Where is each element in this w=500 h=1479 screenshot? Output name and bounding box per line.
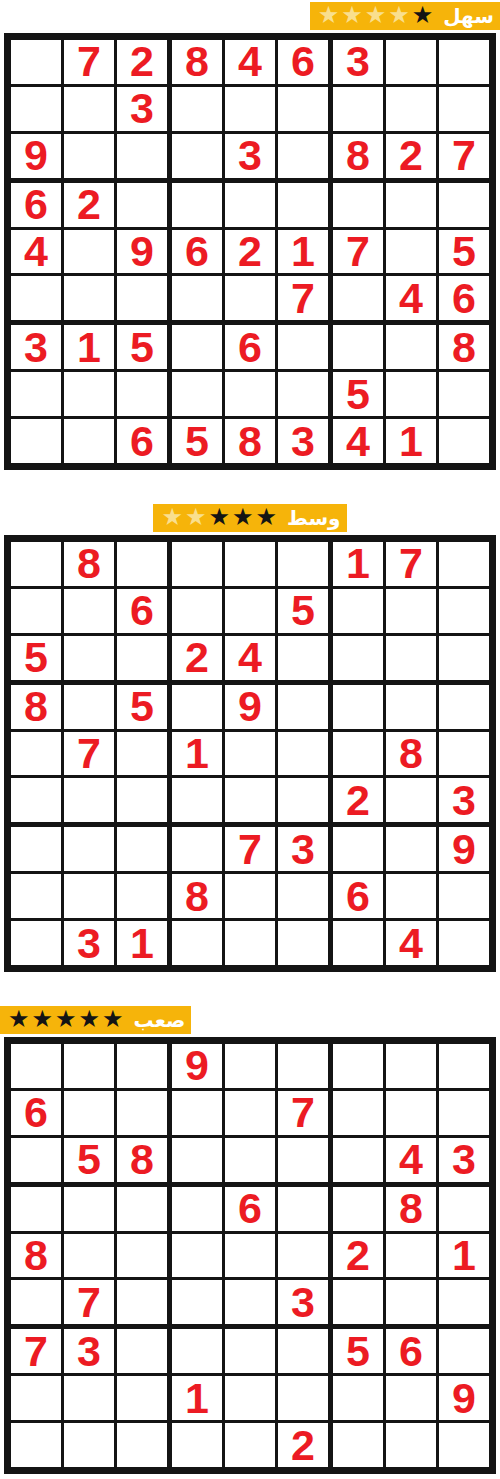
cell-r2c8[interactable]	[386, 1091, 436, 1135]
cell-r1c3[interactable]	[117, 1044, 167, 1088]
cell-r5c1[interactable]	[11, 732, 61, 776]
cell-r1c7[interactable]: 1	[333, 542, 383, 586]
cell-r5c3[interactable]	[117, 1234, 167, 1278]
sudoku-box: 524	[172, 542, 328, 680]
cell-r3c4[interactable]: 2	[172, 636, 222, 680]
cell-r8c2[interactable]	[64, 1376, 114, 1420]
cell-r4c9[interactable]	[439, 1187, 489, 1231]
cell-r2c9[interactable]	[439, 87, 489, 131]
cell-r3c3[interactable]: 8	[117, 1138, 167, 1182]
cell-r1c9[interactable]	[439, 1044, 489, 1088]
cell-r6c3[interactable]	[117, 276, 167, 320]
cell-r3c6[interactable]	[278, 1138, 328, 1182]
cell-r8c5[interactable]	[225, 874, 275, 918]
cell-r2c9[interactable]	[439, 589, 489, 633]
cell-r4c6[interactable]	[278, 183, 328, 227]
cell-r4c7[interactable]	[333, 183, 383, 227]
cell-r7c9[interactable]: 8	[439, 325, 489, 369]
cell-r9c6[interactable]: 2	[278, 1423, 328, 1467]
cell-r1c8[interactable]: 7	[386, 542, 436, 586]
cell-r9c9[interactable]	[439, 921, 489, 965]
cell-r3c6[interactable]	[278, 134, 328, 178]
sudoku-grid-easy: 723984633827624962177546315665838541	[4, 33, 496, 470]
sudoku-box: 738	[172, 827, 328, 965]
cell-r4c3[interactable]	[117, 183, 167, 227]
puzzle-medium: ★★★★★ وسط 865524178579182331738964	[0, 504, 500, 972]
cell-r8c9[interactable]	[439, 372, 489, 416]
cell-r5c3[interactable]: 9	[117, 230, 167, 274]
cell-r4c4[interactable]	[172, 685, 222, 729]
cell-r6c7[interactable]	[333, 1280, 383, 1324]
cell-r2c4[interactable]	[172, 589, 222, 633]
cell-r4c6[interactable]	[278, 1187, 328, 1231]
cell-r3c5[interactable]: 3	[225, 134, 275, 178]
cell-r2c2[interactable]	[64, 87, 114, 131]
cell-r1c9[interactable]	[439, 542, 489, 586]
cell-r2c6[interactable]: 5	[278, 589, 328, 633]
sudoku-box: 7239	[11, 40, 167, 178]
cell-r7c1[interactable]: 7	[11, 1329, 61, 1373]
cell-r8c4[interactable]: 8	[172, 874, 222, 918]
cell-r8c1[interactable]	[11, 1376, 61, 1420]
cell-r7c6[interactable]: 3	[278, 827, 328, 871]
cell-r5c6[interactable]: 1	[278, 230, 328, 274]
cell-r2c4[interactable]	[172, 1091, 222, 1135]
cell-r4c5[interactable]	[225, 183, 275, 227]
cell-r3c7[interactable]	[333, 1138, 383, 1182]
cell-r1c3[interactable]	[117, 542, 167, 586]
cell-r1c6[interactable]: 6	[278, 40, 328, 84]
cell-r2c5[interactable]	[225, 1091, 275, 1135]
cell-r1c2[interactable]	[64, 1044, 114, 1088]
cell-r8c6[interactable]	[278, 874, 328, 918]
cell-r9c4[interactable]: 5	[172, 419, 222, 463]
star-icon: ★	[185, 505, 207, 529]
cell-r8c8[interactable]	[386, 874, 436, 918]
cell-r9c3[interactable]: 1	[117, 921, 167, 965]
cell-r4c5[interactable]: 9	[225, 685, 275, 729]
cell-r6c1[interactable]	[11, 778, 61, 822]
sudoku-box: 823	[333, 685, 489, 823]
sudoku-box: 87	[11, 1187, 167, 1325]
cell-r7c6[interactable]	[278, 1329, 328, 1373]
cell-r2c8[interactable]	[386, 589, 436, 633]
cell-r9c7[interactable]: 4	[333, 419, 383, 463]
cell-r8c1[interactable]	[11, 372, 61, 416]
star-icon: ★	[388, 3, 410, 27]
cell-r8c1[interactable]	[11, 874, 61, 918]
cell-r1c2[interactable]: 7	[64, 40, 114, 84]
cell-r9c5[interactable]: 8	[225, 419, 275, 463]
cell-r5c3[interactable]	[117, 732, 167, 776]
cell-r7c1[interactable]: 3	[11, 325, 61, 369]
star-icon: ★	[161, 505, 183, 529]
cell-r5c9[interactable]: 5	[439, 230, 489, 274]
cell-r9c3[interactable]: 6	[117, 419, 167, 463]
cell-r1c5[interactable]	[225, 1044, 275, 1088]
cell-r3c5[interactable]: 4	[225, 636, 275, 680]
cell-r6c8[interactable]: 4	[386, 276, 436, 320]
sudoku-box: 91	[172, 685, 328, 823]
cell-r1c6[interactable]	[278, 542, 328, 586]
cell-r2c7[interactable]	[333, 1091, 383, 1135]
cell-r8c9[interactable]: 9	[439, 1376, 489, 1420]
cell-r9c4[interactable]	[172, 921, 222, 965]
cell-r1c5[interactable]	[225, 542, 275, 586]
cell-r4c8[interactable]	[386, 685, 436, 729]
cell-r3c5[interactable]	[225, 1138, 275, 1182]
cell-r3c9[interactable]: 3	[439, 1138, 489, 1182]
cell-r3c2[interactable]	[64, 636, 114, 680]
sudoku-box: 17	[333, 542, 489, 680]
cell-r8c2[interactable]	[64, 874, 114, 918]
cell-r2c1[interactable]	[11, 589, 61, 633]
cell-r3c8[interactable]	[386, 636, 436, 680]
sudoku-box: 3827	[333, 40, 489, 178]
cell-r9c8[interactable]	[386, 1423, 436, 1467]
page: ★★★★★ سهل 723984633827624962177546315665…	[0, 0, 500, 1474]
difficulty-banner-hard: ★★★★★ صعب	[0, 1006, 191, 1034]
cell-r7c2[interactable]: 3	[64, 1329, 114, 1373]
cell-r2c2[interactable]	[64, 1091, 114, 1135]
cell-r7c7[interactable]	[333, 325, 383, 369]
cell-r5c5[interactable]	[225, 1234, 275, 1278]
cell-r8c7[interactable]	[333, 1376, 383, 1420]
cell-r5c7[interactable]	[333, 732, 383, 776]
cell-r7c7[interactable]	[333, 827, 383, 871]
cell-r6c2[interactable]	[64, 778, 114, 822]
cell-r8c5[interactable]	[225, 372, 275, 416]
cell-r7c8[interactable]	[386, 325, 436, 369]
cell-r4c2[interactable]: 2	[64, 183, 114, 227]
cell-r6c6[interactable]: 3	[278, 1280, 328, 1324]
cell-r4c1[interactable]: 6	[11, 183, 61, 227]
cell-r9c5[interactable]	[225, 921, 275, 965]
cell-r5c9[interactable]: 1	[439, 1234, 489, 1278]
cell-r9c3[interactable]	[117, 1423, 167, 1467]
cell-r7c4[interactable]	[172, 325, 222, 369]
cell-r7c5[interactable]: 7	[225, 827, 275, 871]
cell-r5c8[interactable]	[386, 230, 436, 274]
cell-r4c8[interactable]	[386, 183, 436, 227]
cell-r8c3[interactable]	[117, 1376, 167, 1420]
sudoku-box: 857	[11, 685, 167, 823]
cell-r3c4[interactable]	[172, 134, 222, 178]
cell-r3c9[interactable]	[439, 636, 489, 680]
cell-r7c8[interactable]: 6	[386, 1329, 436, 1373]
banner-row-hard: ★★★★★ صعب	[0, 1006, 500, 1034]
sudoku-box: 73	[11, 1329, 167, 1467]
sudoku-box: 865	[11, 542, 167, 680]
star-icon: ★	[318, 3, 340, 27]
cell-r7c5[interactable]: 6	[225, 325, 275, 369]
cell-r6c3[interactable]	[117, 1280, 167, 1324]
cell-r1c4[interactable]	[172, 542, 222, 586]
cell-r2c7[interactable]	[333, 589, 383, 633]
cell-r5c6[interactable]	[278, 732, 328, 776]
cell-r5c4[interactable]: 6	[172, 230, 222, 274]
cell-r9c5[interactable]	[225, 1423, 275, 1467]
cell-r8c9[interactable]	[439, 874, 489, 918]
cell-r7c3[interactable]	[117, 1329, 167, 1373]
cell-r4c7[interactable]	[333, 685, 383, 729]
cell-r2c6[interactable]	[278, 87, 328, 131]
cell-r3c3[interactable]	[117, 134, 167, 178]
cell-r3c1[interactable]	[11, 1138, 61, 1182]
cell-r4c9[interactable]	[439, 183, 489, 227]
sudoku-box: 6217	[172, 183, 328, 321]
cell-r5c5[interactable]: 2	[225, 230, 275, 274]
cell-r7c1[interactable]	[11, 827, 61, 871]
cell-r4c3[interactable]: 5	[117, 685, 167, 729]
cell-r9c1[interactable]	[11, 1423, 61, 1467]
star-icon: ★	[412, 3, 434, 27]
cell-r8c8[interactable]	[386, 1376, 436, 1420]
cell-r2c7[interactable]	[333, 87, 383, 131]
cell-r1c1[interactable]	[11, 542, 61, 586]
cell-r5c8[interactable]	[386, 1234, 436, 1278]
star-icon: ★	[365, 3, 387, 27]
cell-r7c9[interactable]: 9	[439, 827, 489, 871]
cell-r5c1[interactable]: 8	[11, 1234, 61, 1278]
cell-r3c1[interactable]: 5	[11, 636, 61, 680]
cell-r7c6[interactable]	[278, 325, 328, 369]
cell-r8c8[interactable]	[386, 372, 436, 416]
cell-r9c1[interactable]	[11, 419, 61, 463]
star-icon: ★	[102, 1007, 124, 1031]
cell-r4c5[interactable]: 6	[225, 1187, 275, 1231]
star-icon: ★	[232, 505, 254, 529]
cell-r8c2[interactable]	[64, 372, 114, 416]
cell-r2c2[interactable]	[64, 589, 114, 633]
cell-r4c2[interactable]	[64, 1187, 114, 1231]
cell-r3c8[interactable]: 4	[386, 1138, 436, 1182]
cell-r1c7[interactable]: 3	[333, 40, 383, 84]
cell-r4c2[interactable]	[64, 685, 114, 729]
cell-r6c4[interactable]	[172, 1280, 222, 1324]
difficulty-stars-hard: ★★★★★	[8, 1008, 126, 1032]
cell-r6c2[interactable]: 7	[64, 1280, 114, 1324]
cell-r5c6[interactable]	[278, 1234, 328, 1278]
puzzle-easy: ★★★★★ سهل 723984633827624962177546315665…	[0, 2, 500, 470]
cell-r8c3[interactable]	[117, 372, 167, 416]
cell-r6c2[interactable]	[64, 276, 114, 320]
cell-r2c9[interactable]	[439, 1091, 489, 1135]
cell-r8c7[interactable]: 6	[333, 874, 383, 918]
cell-r5c2[interactable]	[64, 1234, 114, 1278]
cell-r7c4[interactable]	[172, 827, 222, 871]
cell-r3c3[interactable]	[117, 636, 167, 680]
sudoku-box: 658	[11, 1044, 167, 1182]
cell-r5c4[interactable]	[172, 1234, 222, 1278]
cell-r1c4[interactable]: 8	[172, 40, 222, 84]
cell-r8c3[interactable]	[117, 874, 167, 918]
cell-r5c2[interactable]: 7	[64, 732, 114, 776]
cell-r4c1[interactable]: 8	[11, 685, 61, 729]
cell-r8c7[interactable]: 5	[333, 372, 383, 416]
cell-r7c4[interactable]	[172, 1329, 222, 1373]
cell-r3c7[interactable]	[333, 636, 383, 680]
cell-r4c6[interactable]	[278, 685, 328, 729]
cell-r2c3[interactable]: 6	[117, 589, 167, 633]
cell-r3c1[interactable]: 9	[11, 134, 61, 178]
cell-r3c9[interactable]: 7	[439, 134, 489, 178]
cell-r8c5[interactable]	[225, 1376, 275, 1420]
cell-r2c5[interactable]	[225, 87, 275, 131]
cell-r5c8[interactable]: 8	[386, 732, 436, 776]
cell-r9c2[interactable]: 3	[64, 921, 114, 965]
cell-r5c4[interactable]: 1	[172, 732, 222, 776]
difficulty-label-hard: صعب	[134, 1010, 186, 1030]
difficulty-stars-easy: ★★★★★	[318, 4, 436, 28]
cell-r1c8[interactable]	[386, 1044, 436, 1088]
cell-r5c7[interactable]: 7	[333, 230, 383, 274]
cell-r7c2[interactable]: 1	[64, 325, 114, 369]
cell-r4c4[interactable]	[172, 1187, 222, 1231]
cell-r9c7[interactable]	[333, 1423, 383, 1467]
cell-r9c8[interactable]: 1	[386, 419, 436, 463]
cell-r8c6[interactable]	[278, 372, 328, 416]
sudoku-box: 964	[333, 827, 489, 965]
cell-r1c2[interactable]: 8	[64, 542, 114, 586]
puzzle-hard: ★★★★★ صعب 658974387638217312569	[0, 1006, 500, 1474]
cell-r6c3[interactable]	[117, 778, 167, 822]
cell-r4c1[interactable]	[11, 1187, 61, 1231]
cell-r1c3[interactable]: 2	[117, 40, 167, 84]
cell-r4c9[interactable]	[439, 685, 489, 729]
cell-r6c4[interactable]	[172, 276, 222, 320]
cell-r9c9[interactable]	[439, 419, 489, 463]
cell-r6c5[interactable]	[225, 778, 275, 822]
sudoku-box: 43	[333, 1044, 489, 1182]
cell-r6c9[interactable]: 3	[439, 778, 489, 822]
cell-r3c4[interactable]	[172, 1138, 222, 1182]
cell-r6c8[interactable]	[386, 778, 436, 822]
difficulty-banner-easy: ★★★★★ سهل	[310, 2, 500, 30]
cell-r1c4[interactable]: 9	[172, 1044, 222, 1088]
cell-r8c4[interactable]	[172, 372, 222, 416]
star-icon: ★	[256, 505, 278, 529]
cell-r2c4[interactable]	[172, 87, 222, 131]
cell-r8c4[interactable]: 1	[172, 1376, 222, 1420]
cell-r9c2[interactable]	[64, 1423, 114, 1467]
difficulty-banner-medium: ★★★★★ وسط	[153, 504, 346, 532]
cell-r3c2[interactable]	[64, 134, 114, 178]
cell-r5c9[interactable]	[439, 732, 489, 776]
cell-r8c6[interactable]	[278, 1376, 328, 1420]
cell-r6c6[interactable]: 7	[278, 276, 328, 320]
cell-r3c7[interactable]: 8	[333, 134, 383, 178]
cell-r6c9[interactable]: 6	[439, 276, 489, 320]
cell-r4c4[interactable]	[172, 183, 222, 227]
cell-r9c9[interactable]	[439, 1423, 489, 1467]
cell-r2c1[interactable]	[11, 87, 61, 131]
cell-r4c3[interactable]	[117, 1187, 167, 1231]
sudoku-box: 97	[172, 1044, 328, 1182]
cell-r9c7[interactable]	[333, 921, 383, 965]
cell-r2c6[interactable]: 7	[278, 1091, 328, 1135]
cell-r5c7[interactable]: 2	[333, 1234, 383, 1278]
difficulty-label-medium: وسط	[287, 508, 341, 528]
cell-r6c4[interactable]	[172, 778, 222, 822]
star-icon: ★	[8, 1007, 30, 1031]
cell-r2c1[interactable]: 6	[11, 1091, 61, 1135]
sudoku-grid-hard: 658974387638217312569	[4, 1037, 496, 1474]
cell-r6c1[interactable]	[11, 1280, 61, 1324]
cell-r1c8[interactable]	[386, 40, 436, 84]
cell-r6c1[interactable]	[11, 276, 61, 320]
cell-r9c6[interactable]	[278, 921, 328, 965]
cell-r3c2[interactable]: 5	[64, 1138, 114, 1182]
sudoku-box: 8463	[172, 40, 328, 178]
cell-r9c4[interactable]	[172, 1423, 222, 1467]
cell-r2c5[interactable]	[225, 589, 275, 633]
difficulty-label-easy: سهل	[443, 6, 494, 26]
star-icon: ★	[55, 1007, 77, 1031]
cell-r9c8[interactable]: 4	[386, 921, 436, 965]
cell-r2c3[interactable]: 3	[117, 87, 167, 131]
cell-r6c8[interactable]	[386, 1280, 436, 1324]
star-icon: ★	[79, 1007, 101, 1031]
cell-r2c8[interactable]	[386, 87, 436, 131]
sudoku-box: 12	[172, 1329, 328, 1467]
star-icon: ★	[341, 3, 363, 27]
difficulty-stars-medium: ★★★★★	[161, 506, 279, 530]
cell-r1c6[interactable]	[278, 1044, 328, 1088]
cell-r6c5[interactable]	[225, 1280, 275, 1324]
cell-r4c7[interactable]	[333, 1187, 383, 1231]
banner-row-easy: ★★★★★ سهل	[0, 2, 500, 30]
cell-r7c2[interactable]	[64, 827, 114, 871]
cell-r1c9[interactable]	[439, 40, 489, 84]
sudoku-box: 569	[333, 1329, 489, 1467]
sudoku-box: 3156	[11, 325, 167, 463]
cell-r5c2[interactable]	[64, 230, 114, 274]
cell-r6c7[interactable]: 2	[333, 778, 383, 822]
cell-r1c1[interactable]	[11, 40, 61, 84]
cell-r7c5[interactable]	[225, 1329, 275, 1373]
cell-r5c5[interactable]	[225, 732, 275, 776]
star-icon: ★	[208, 505, 230, 529]
cell-r7c8[interactable]	[386, 827, 436, 871]
cell-r9c2[interactable]	[64, 419, 114, 463]
cell-r3c8[interactable]: 2	[386, 134, 436, 178]
cell-r5c1[interactable]: 4	[11, 230, 61, 274]
cell-r1c7[interactable]	[333, 1044, 383, 1088]
sudoku-box: 6583	[172, 325, 328, 463]
cell-r3c6[interactable]	[278, 636, 328, 680]
cell-r7c7[interactable]: 5	[333, 1329, 383, 1373]
cell-r7c3[interactable]	[117, 827, 167, 871]
sudoku-box: 63	[172, 1187, 328, 1325]
cell-r9c6[interactable]: 3	[278, 419, 328, 463]
cell-r9c1[interactable]	[11, 921, 61, 965]
cell-r2c3[interactable]	[117, 1091, 167, 1135]
cell-r6c6[interactable]	[278, 778, 328, 822]
cell-r7c9[interactable]	[439, 1329, 489, 1373]
star-icon: ★	[32, 1007, 54, 1031]
cell-r6c9[interactable]	[439, 1280, 489, 1324]
sudoku-grid-medium: 865524178579182331738964	[4, 535, 496, 972]
sudoku-box: 7546	[333, 183, 489, 321]
cell-r6c7[interactable]	[333, 276, 383, 320]
cell-r1c1[interactable]	[11, 1044, 61, 1088]
cell-r6c5[interactable]	[225, 276, 275, 320]
cell-r1c5[interactable]: 4	[225, 40, 275, 84]
cell-r7c3[interactable]: 5	[117, 325, 167, 369]
cell-r4c8[interactable]: 8	[386, 1187, 436, 1231]
banner-row-medium: ★★★★★ وسط	[0, 504, 500, 532]
